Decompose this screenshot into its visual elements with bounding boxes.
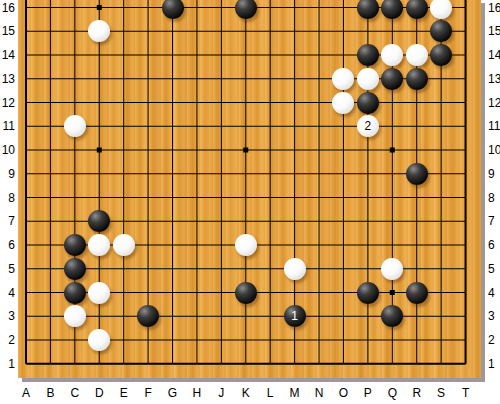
board-shadow-bottom xyxy=(22,378,485,382)
row-label-right-8: 8 xyxy=(488,191,500,205)
row-label-left-6: 6 xyxy=(0,238,15,252)
column-label-L: L xyxy=(260,386,280,402)
column-label-T: T xyxy=(456,386,476,402)
column-label-J: J xyxy=(211,386,231,402)
row-label-left-3: 3 xyxy=(0,309,15,323)
stone-white-P13[interactable] xyxy=(357,68,379,90)
stone-black-P4[interactable] xyxy=(357,282,379,304)
stone-white-E6[interactable] xyxy=(113,234,135,256)
stone-white-M5[interactable] xyxy=(284,258,306,280)
row-label-left-14: 14 xyxy=(0,48,15,62)
row-label-left-7: 7 xyxy=(0,214,15,228)
stone-black-R16[interactable] xyxy=(406,0,428,19)
stone-white-D4[interactable] xyxy=(88,282,110,304)
row-label-right-6: 6 xyxy=(488,238,500,252)
stone-black-C6[interactable] xyxy=(64,234,86,256)
column-label-R: R xyxy=(407,386,427,402)
row-label-left-10: 10 xyxy=(0,143,15,157)
stone-black-M3[interactable]: 1 xyxy=(284,305,306,327)
column-label-B: B xyxy=(40,386,60,402)
column-label-A: A xyxy=(16,386,36,402)
stone-black-P16[interactable] xyxy=(357,0,379,19)
star-point-Q10 xyxy=(390,148,395,153)
board-shadow-right xyxy=(481,3,485,382)
row-label-right-15: 15 xyxy=(488,24,500,38)
star-point-D10 xyxy=(97,148,102,153)
move-number-label: 1 xyxy=(291,310,298,322)
row-label-left-1: 1 xyxy=(0,357,15,371)
stone-white-R14[interactable] xyxy=(406,44,428,66)
row-label-left-11: 11 xyxy=(0,119,15,133)
row-label-left-8: 8 xyxy=(0,191,15,205)
stone-black-R9[interactable] xyxy=(406,163,428,185)
column-label-D: D xyxy=(89,386,109,402)
stone-black-G16[interactable] xyxy=(162,0,184,19)
star-point-K10 xyxy=(243,148,248,153)
stone-white-P11[interactable]: 2 xyxy=(357,115,379,137)
row-label-left-12: 12 xyxy=(0,96,15,110)
column-label-F: F xyxy=(138,386,158,402)
row-label-right-14: 14 xyxy=(488,48,500,62)
stone-white-C3[interactable] xyxy=(64,305,86,327)
column-label-P: P xyxy=(358,386,378,402)
row-label-left-5: 5 xyxy=(0,262,15,276)
row-label-right-2: 2 xyxy=(488,333,500,347)
stone-black-K4[interactable] xyxy=(235,282,257,304)
row-label-left-2: 2 xyxy=(0,333,15,347)
row-label-left-13: 13 xyxy=(0,72,15,86)
star-point-D16 xyxy=(97,5,102,10)
column-label-E: E xyxy=(114,386,134,402)
column-label-S: S xyxy=(431,386,451,402)
stone-white-K6[interactable] xyxy=(235,234,257,256)
row-label-right-3: 3 xyxy=(488,309,500,323)
row-label-right-12: 12 xyxy=(488,96,500,110)
row-label-left-4: 4 xyxy=(0,286,15,300)
row-label-right-4: 4 xyxy=(488,286,500,300)
stone-black-Q13[interactable] xyxy=(381,68,403,90)
column-label-K: K xyxy=(236,386,256,402)
star-point-Q4 xyxy=(390,290,395,295)
column-label-Q: Q xyxy=(382,386,402,402)
row-label-right-1: 1 xyxy=(488,357,500,371)
row-label-right-5: 5 xyxy=(488,262,500,276)
stone-black-K16[interactable] xyxy=(235,0,257,19)
row-label-right-7: 7 xyxy=(488,214,500,228)
column-label-O: O xyxy=(333,386,353,402)
row-label-left-16: 16 xyxy=(0,1,15,15)
row-label-left-15: 15 xyxy=(0,24,15,38)
stone-black-C4[interactable] xyxy=(64,282,86,304)
stone-black-R4[interactable] xyxy=(406,282,428,304)
stone-white-S16[interactable] xyxy=(430,0,452,19)
row-label-right-10: 10 xyxy=(488,143,500,157)
stone-black-R13[interactable] xyxy=(406,68,428,90)
row-label-right-11: 11 xyxy=(488,119,500,133)
move-number-label: 2 xyxy=(365,120,372,132)
column-label-G: G xyxy=(163,386,183,402)
stone-black-P14[interactable] xyxy=(357,44,379,66)
stone-white-O12[interactable] xyxy=(332,92,354,114)
row-label-right-13: 13 xyxy=(488,72,500,86)
column-label-C: C xyxy=(65,386,85,402)
stone-white-C11[interactable] xyxy=(64,115,86,137)
column-label-M: M xyxy=(285,386,305,402)
go-board[interactable]: 21 xyxy=(18,0,481,378)
stone-white-Q5[interactable] xyxy=(381,258,403,280)
column-label-N: N xyxy=(309,386,329,402)
row-label-right-9: 9 xyxy=(488,167,500,181)
stone-black-C5[interactable] xyxy=(64,258,86,280)
go-diagram-screen: 21 1616151514141313121211111010998877665… xyxy=(0,0,500,404)
row-label-right-16: 16 xyxy=(488,1,500,15)
column-label-H: H xyxy=(187,386,207,402)
stone-black-S14[interactable] xyxy=(430,44,452,66)
stone-black-P12[interactable] xyxy=(357,92,379,114)
row-label-left-9: 9 xyxy=(0,167,15,181)
